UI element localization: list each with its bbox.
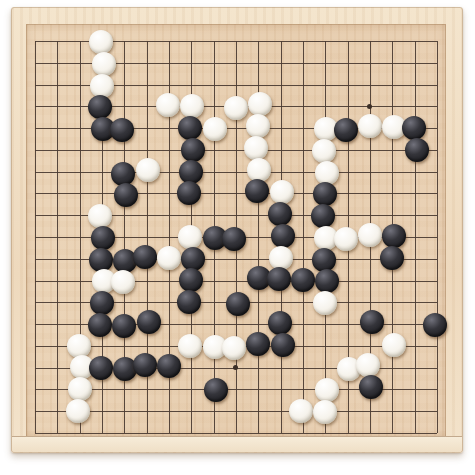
intersection[interactable] bbox=[359, 52, 381, 74]
intersection[interactable] bbox=[336, 139, 358, 161]
intersection[interactable] bbox=[247, 335, 269, 357]
intersection[interactable] bbox=[403, 161, 425, 183]
intersection[interactable] bbox=[359, 270, 381, 292]
intersection[interactable] bbox=[403, 270, 425, 292]
intersection[interactable] bbox=[247, 291, 269, 313]
intersection[interactable] bbox=[24, 52, 46, 74]
intersection[interactable] bbox=[180, 139, 202, 161]
intersection[interactable] bbox=[69, 139, 91, 161]
white-stone[interactable] bbox=[358, 223, 382, 247]
intersection[interactable] bbox=[403, 357, 425, 379]
intersection[interactable] bbox=[91, 52, 113, 74]
intersection[interactable] bbox=[426, 74, 448, 96]
intersection[interactable] bbox=[381, 161, 403, 183]
intersection[interactable] bbox=[135, 161, 157, 183]
intersection[interactable] bbox=[336, 226, 358, 248]
intersection[interactable] bbox=[113, 30, 135, 52]
intersection[interactable] bbox=[426, 291, 448, 313]
intersection[interactable] bbox=[158, 270, 180, 292]
white-stone[interactable] bbox=[358, 114, 382, 138]
intersection[interactable] bbox=[426, 52, 448, 74]
intersection[interactable] bbox=[381, 291, 403, 313]
intersection[interactable] bbox=[135, 270, 157, 292]
intersection[interactable] bbox=[46, 161, 68, 183]
black-stone[interactable] bbox=[179, 160, 203, 184]
intersection[interactable] bbox=[381, 378, 403, 400]
intersection[interactable] bbox=[269, 30, 291, 52]
intersection[interactable] bbox=[180, 52, 202, 74]
intersection[interactable] bbox=[292, 400, 314, 422]
intersection[interactable] bbox=[69, 400, 91, 422]
intersection[interactable] bbox=[381, 313, 403, 335]
intersection[interactable] bbox=[180, 378, 202, 400]
intersection[interactable] bbox=[269, 357, 291, 379]
intersection[interactable] bbox=[269, 139, 291, 161]
intersection[interactable] bbox=[292, 248, 314, 270]
intersection[interactable] bbox=[336, 378, 358, 400]
intersection[interactable] bbox=[292, 139, 314, 161]
intersection[interactable] bbox=[225, 248, 247, 270]
intersection[interactable] bbox=[202, 270, 224, 292]
intersection[interactable] bbox=[314, 95, 336, 117]
intersection[interactable] bbox=[69, 117, 91, 139]
intersection[interactable] bbox=[69, 357, 91, 379]
intersection[interactable] bbox=[269, 117, 291, 139]
intersection[interactable] bbox=[113, 117, 135, 139]
intersection[interactable] bbox=[381, 248, 403, 270]
intersection[interactable] bbox=[46, 95, 68, 117]
intersection[interactable] bbox=[91, 226, 113, 248]
intersection[interactable] bbox=[202, 161, 224, 183]
intersection[interactable] bbox=[180, 161, 202, 183]
black-stone[interactable] bbox=[311, 204, 335, 228]
intersection[interactable] bbox=[269, 248, 291, 270]
intersection[interactable] bbox=[24, 95, 46, 117]
intersection[interactable] bbox=[202, 139, 224, 161]
intersection[interactable] bbox=[113, 95, 135, 117]
white-stone[interactable] bbox=[68, 377, 92, 401]
intersection[interactable] bbox=[314, 335, 336, 357]
intersection[interactable] bbox=[46, 378, 68, 400]
black-stone[interactable] bbox=[359, 375, 383, 399]
intersection[interactable] bbox=[46, 52, 68, 74]
intersection[interactable] bbox=[381, 74, 403, 96]
intersection[interactable] bbox=[269, 291, 291, 313]
intersection[interactable] bbox=[336, 335, 358, 357]
intersection[interactable] bbox=[180, 182, 202, 204]
intersection[interactable] bbox=[46, 30, 68, 52]
intersection[interactable] bbox=[426, 248, 448, 270]
intersection[interactable] bbox=[180, 248, 202, 270]
intersection[interactable] bbox=[158, 161, 180, 183]
intersection[interactable] bbox=[225, 335, 247, 357]
intersection[interactable] bbox=[158, 204, 180, 226]
intersection[interactable] bbox=[202, 291, 224, 313]
intersection[interactable] bbox=[269, 204, 291, 226]
intersection[interactable] bbox=[292, 95, 314, 117]
intersection[interactable] bbox=[292, 313, 314, 335]
intersection[interactable] bbox=[359, 226, 381, 248]
intersection[interactable] bbox=[269, 313, 291, 335]
intersection[interactable] bbox=[24, 335, 46, 357]
white-stone[interactable] bbox=[246, 114, 270, 138]
intersection[interactable] bbox=[113, 74, 135, 96]
black-stone[interactable] bbox=[268, 202, 292, 226]
intersection[interactable] bbox=[158, 95, 180, 117]
intersection[interactable] bbox=[381, 226, 403, 248]
intersection[interactable] bbox=[292, 74, 314, 96]
intersection[interactable] bbox=[24, 74, 46, 96]
intersection[interactable] bbox=[292, 378, 314, 400]
intersection[interactable] bbox=[113, 270, 135, 292]
intersection[interactable] bbox=[180, 291, 202, 313]
black-stone[interactable] bbox=[177, 181, 201, 205]
intersection[interactable] bbox=[426, 95, 448, 117]
intersection[interactable] bbox=[180, 117, 202, 139]
intersection[interactable] bbox=[69, 248, 91, 270]
intersection[interactable] bbox=[403, 139, 425, 161]
intersection[interactable] bbox=[225, 313, 247, 335]
black-stone[interactable] bbox=[267, 267, 291, 291]
black-stone[interactable] bbox=[312, 248, 336, 272]
black-stone[interactable] bbox=[91, 226, 115, 250]
black-stone[interactable] bbox=[133, 245, 157, 269]
intersection[interactable] bbox=[180, 270, 202, 292]
intersection[interactable] bbox=[46, 248, 68, 270]
intersection[interactable] bbox=[135, 95, 157, 117]
intersection[interactable] bbox=[135, 248, 157, 270]
intersection[interactable] bbox=[225, 204, 247, 226]
intersection[interactable] bbox=[225, 357, 247, 379]
intersection[interactable] bbox=[403, 204, 425, 226]
intersection[interactable] bbox=[113, 313, 135, 335]
white-stone[interactable] bbox=[89, 30, 113, 54]
intersection[interactable] bbox=[426, 378, 448, 400]
black-stone[interactable] bbox=[245, 179, 269, 203]
intersection[interactable] bbox=[24, 248, 46, 270]
intersection[interactable] bbox=[180, 313, 202, 335]
intersection[interactable] bbox=[24, 226, 46, 248]
intersection[interactable] bbox=[292, 357, 314, 379]
intersection[interactable] bbox=[225, 270, 247, 292]
intersection[interactable] bbox=[46, 226, 68, 248]
intersection[interactable] bbox=[135, 378, 157, 400]
intersection[interactable] bbox=[426, 117, 448, 139]
intersection[interactable] bbox=[381, 400, 403, 422]
intersection[interactable] bbox=[314, 357, 336, 379]
intersection[interactable] bbox=[269, 335, 291, 357]
white-stone[interactable] bbox=[289, 399, 313, 423]
intersection[interactable] bbox=[359, 117, 381, 139]
intersection[interactable] bbox=[24, 313, 46, 335]
black-stone[interactable] bbox=[246, 332, 270, 356]
intersection[interactable] bbox=[403, 400, 425, 422]
intersection[interactable] bbox=[381, 95, 403, 117]
intersection[interactable] bbox=[314, 74, 336, 96]
black-stone[interactable] bbox=[89, 248, 113, 272]
intersection[interactable] bbox=[202, 357, 224, 379]
white-stone[interactable] bbox=[156, 93, 180, 117]
intersection[interactable] bbox=[314, 400, 336, 422]
intersection[interactable] bbox=[158, 226, 180, 248]
intersection[interactable] bbox=[269, 95, 291, 117]
intersection[interactable] bbox=[91, 270, 113, 292]
intersection[interactable] bbox=[91, 313, 113, 335]
intersection[interactable] bbox=[225, 95, 247, 117]
intersection[interactable] bbox=[158, 139, 180, 161]
white-stone[interactable] bbox=[244, 136, 268, 160]
intersection[interactable] bbox=[269, 74, 291, 96]
black-stone[interactable] bbox=[133, 353, 157, 377]
intersection[interactable] bbox=[202, 378, 224, 400]
intersection[interactable] bbox=[314, 161, 336, 183]
intersection[interactable] bbox=[202, 182, 224, 204]
intersection[interactable] bbox=[91, 95, 113, 117]
intersection[interactable] bbox=[46, 357, 68, 379]
black-stone[interactable] bbox=[88, 95, 112, 119]
intersection[interactable] bbox=[314, 30, 336, 52]
intersection[interactable] bbox=[403, 74, 425, 96]
intersection[interactable] bbox=[426, 161, 448, 183]
intersection[interactable] bbox=[292, 182, 314, 204]
intersection[interactable] bbox=[359, 400, 381, 422]
intersection[interactable] bbox=[135, 400, 157, 422]
intersection[interactable] bbox=[336, 270, 358, 292]
intersection[interactable] bbox=[359, 248, 381, 270]
intersection[interactable] bbox=[426, 226, 448, 248]
black-stone[interactable] bbox=[177, 290, 201, 314]
intersection[interactable] bbox=[314, 378, 336, 400]
intersection[interactable] bbox=[24, 357, 46, 379]
black-stone[interactable] bbox=[313, 182, 337, 206]
intersection[interactable] bbox=[426, 400, 448, 422]
intersection[interactable] bbox=[403, 291, 425, 313]
intersection[interactable] bbox=[426, 182, 448, 204]
white-stone[interactable] bbox=[269, 246, 293, 270]
intersection[interactable] bbox=[113, 226, 135, 248]
intersection[interactable] bbox=[202, 248, 224, 270]
intersection[interactable] bbox=[135, 357, 157, 379]
intersection[interactable] bbox=[69, 378, 91, 400]
intersection[interactable] bbox=[292, 117, 314, 139]
intersection[interactable] bbox=[113, 335, 135, 357]
intersection[interactable] bbox=[314, 270, 336, 292]
intersection[interactable] bbox=[403, 30, 425, 52]
intersection[interactable] bbox=[403, 95, 425, 117]
intersection[interactable] bbox=[359, 139, 381, 161]
intersection[interactable] bbox=[359, 182, 381, 204]
intersection[interactable] bbox=[225, 226, 247, 248]
black-stone[interactable] bbox=[380, 246, 404, 270]
white-stone[interactable] bbox=[247, 158, 271, 182]
intersection[interactable] bbox=[381, 30, 403, 52]
intersection[interactable] bbox=[336, 291, 358, 313]
intersection[interactable] bbox=[69, 161, 91, 183]
intersection[interactable] bbox=[113, 52, 135, 74]
intersection[interactable] bbox=[91, 74, 113, 96]
intersection[interactable] bbox=[269, 270, 291, 292]
intersection[interactable] bbox=[24, 117, 46, 139]
black-stone[interactable] bbox=[157, 354, 181, 378]
white-stone[interactable] bbox=[66, 399, 90, 423]
intersection[interactable] bbox=[46, 204, 68, 226]
intersection[interactable] bbox=[113, 204, 135, 226]
intersection[interactable] bbox=[69, 270, 91, 292]
intersection[interactable] bbox=[225, 52, 247, 74]
intersection[interactable] bbox=[24, 161, 46, 183]
intersection[interactable] bbox=[135, 52, 157, 74]
intersection[interactable] bbox=[314, 291, 336, 313]
intersection[interactable] bbox=[69, 291, 91, 313]
intersection[interactable] bbox=[113, 139, 135, 161]
intersection[interactable] bbox=[426, 30, 448, 52]
intersection[interactable] bbox=[225, 161, 247, 183]
intersection[interactable] bbox=[247, 52, 269, 74]
intersection[interactable] bbox=[381, 335, 403, 357]
intersection[interactable] bbox=[403, 117, 425, 139]
white-stone[interactable] bbox=[312, 139, 336, 163]
white-stone[interactable] bbox=[178, 334, 202, 358]
intersection[interactable] bbox=[359, 161, 381, 183]
intersection[interactable] bbox=[403, 52, 425, 74]
white-stone[interactable] bbox=[67, 334, 91, 358]
intersection[interactable] bbox=[381, 182, 403, 204]
intersection[interactable] bbox=[180, 357, 202, 379]
intersection[interactable] bbox=[336, 182, 358, 204]
intersection[interactable] bbox=[24, 139, 46, 161]
intersection[interactable] bbox=[113, 291, 135, 313]
intersection[interactable] bbox=[135, 74, 157, 96]
intersection[interactable] bbox=[336, 95, 358, 117]
intersection[interactable] bbox=[113, 161, 135, 183]
white-stone[interactable] bbox=[203, 117, 227, 141]
intersection[interactable] bbox=[314, 248, 336, 270]
intersection[interactable] bbox=[91, 291, 113, 313]
intersection[interactable] bbox=[292, 226, 314, 248]
intersection[interactable] bbox=[180, 74, 202, 96]
intersection[interactable] bbox=[247, 30, 269, 52]
white-stone[interactable] bbox=[90, 74, 114, 98]
intersection[interactable] bbox=[247, 357, 269, 379]
intersection[interactable] bbox=[69, 52, 91, 74]
intersection[interactable] bbox=[292, 270, 314, 292]
intersection[interactable] bbox=[381, 139, 403, 161]
intersection[interactable] bbox=[158, 313, 180, 335]
intersection[interactable] bbox=[180, 335, 202, 357]
intersection[interactable] bbox=[269, 161, 291, 183]
intersection[interactable] bbox=[24, 378, 46, 400]
intersection[interactable] bbox=[403, 182, 425, 204]
intersection[interactable] bbox=[359, 30, 381, 52]
white-stone[interactable] bbox=[180, 94, 204, 118]
intersection[interactable] bbox=[180, 30, 202, 52]
intersection[interactable] bbox=[69, 30, 91, 52]
white-stone[interactable] bbox=[136, 158, 160, 182]
intersection[interactable] bbox=[292, 52, 314, 74]
intersection[interactable] bbox=[202, 52, 224, 74]
intersection[interactable] bbox=[202, 204, 224, 226]
intersection[interactable] bbox=[69, 74, 91, 96]
intersection[interactable] bbox=[381, 204, 403, 226]
intersection[interactable] bbox=[247, 204, 269, 226]
white-stone[interactable] bbox=[178, 225, 202, 249]
intersection[interactable] bbox=[46, 270, 68, 292]
intersection[interactable] bbox=[426, 204, 448, 226]
intersection[interactable] bbox=[336, 204, 358, 226]
intersection[interactable] bbox=[292, 30, 314, 52]
intersection[interactable] bbox=[91, 400, 113, 422]
intersection[interactable] bbox=[225, 117, 247, 139]
intersection[interactable] bbox=[336, 117, 358, 139]
intersection[interactable] bbox=[202, 30, 224, 52]
intersection[interactable] bbox=[24, 30, 46, 52]
intersection[interactable] bbox=[225, 74, 247, 96]
intersection[interactable] bbox=[69, 335, 91, 357]
black-stone[interactable] bbox=[423, 313, 447, 337]
black-stone[interactable] bbox=[179, 268, 203, 292]
intersection[interactable] bbox=[46, 139, 68, 161]
intersection[interactable] bbox=[202, 74, 224, 96]
intersection[interactable] bbox=[202, 313, 224, 335]
intersection[interactable] bbox=[46, 74, 68, 96]
intersection[interactable] bbox=[359, 74, 381, 96]
intersection[interactable] bbox=[91, 335, 113, 357]
intersection[interactable] bbox=[202, 117, 224, 139]
intersection[interactable] bbox=[292, 291, 314, 313]
intersection[interactable] bbox=[403, 248, 425, 270]
intersection[interactable] bbox=[24, 204, 46, 226]
black-stone[interactable] bbox=[90, 291, 114, 315]
black-stone[interactable] bbox=[268, 311, 292, 335]
intersection[interactable] bbox=[91, 139, 113, 161]
black-stone[interactable] bbox=[178, 116, 202, 140]
intersection[interactable] bbox=[426, 357, 448, 379]
intersection[interactable] bbox=[46, 313, 68, 335]
intersection[interactable] bbox=[225, 378, 247, 400]
intersection[interactable] bbox=[225, 291, 247, 313]
intersection[interactable] bbox=[91, 182, 113, 204]
intersection[interactable] bbox=[336, 74, 358, 96]
intersection[interactable] bbox=[247, 400, 269, 422]
intersection[interactable] bbox=[403, 335, 425, 357]
intersection[interactable] bbox=[135, 30, 157, 52]
intersection[interactable] bbox=[269, 378, 291, 400]
white-stone[interactable] bbox=[313, 291, 337, 315]
white-stone[interactable] bbox=[313, 400, 337, 424]
intersection[interactable] bbox=[225, 400, 247, 422]
intersection[interactable] bbox=[180, 204, 202, 226]
intersection[interactable] bbox=[158, 378, 180, 400]
intersection[interactable] bbox=[381, 52, 403, 74]
intersection[interactable] bbox=[426, 335, 448, 357]
intersection[interactable] bbox=[314, 52, 336, 74]
intersection[interactable] bbox=[403, 226, 425, 248]
intersection[interactable] bbox=[158, 52, 180, 74]
intersection[interactable] bbox=[91, 204, 113, 226]
intersection[interactable] bbox=[135, 117, 157, 139]
intersection[interactable] bbox=[46, 117, 68, 139]
intersection[interactable] bbox=[24, 182, 46, 204]
intersection[interactable] bbox=[426, 313, 448, 335]
intersection[interactable] bbox=[247, 378, 269, 400]
black-stone[interactable] bbox=[291, 268, 315, 292]
intersection[interactable] bbox=[91, 30, 113, 52]
intersection[interactable] bbox=[225, 182, 247, 204]
intersection[interactable] bbox=[225, 30, 247, 52]
intersection[interactable] bbox=[158, 30, 180, 52]
intersection[interactable] bbox=[135, 182, 157, 204]
black-stone[interactable] bbox=[88, 313, 112, 337]
